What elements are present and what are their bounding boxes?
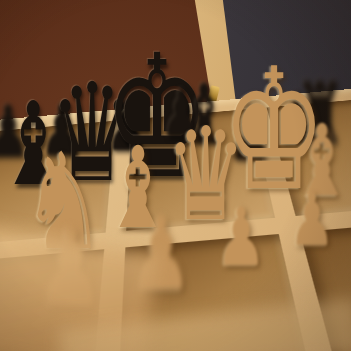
chess-box-photo: ♟♝♟♛♟♚♟♝♟♟♜♚♞♝♛♝♟♟♟♟ xyxy=(0,0,351,351)
piece-white-pawn-2[interactable]: ♟ xyxy=(129,209,192,302)
piece-white-pawn-4[interactable]: ♟ xyxy=(289,186,335,254)
pieces-layer: ♟♝♟♛♟♚♟♝♟♟♜♚♞♝♛♝♟♟♟♟ xyxy=(0,0,351,351)
piece-white-pawn-1[interactable]: ♟ xyxy=(37,219,104,318)
piece-white-pawn-3[interactable]: ♟ xyxy=(216,200,266,274)
